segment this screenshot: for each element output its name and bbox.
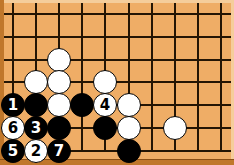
grid-line-horizontal xyxy=(4,13,231,15)
grid-line-vertical xyxy=(220,3,222,152)
grid-line-horizontal xyxy=(4,59,231,61)
go-board-diagram: 1463527 xyxy=(0,0,234,165)
stone-white xyxy=(93,70,117,94)
grid-line-horizontal xyxy=(4,36,231,38)
stone-white-move-2: 2 xyxy=(24,139,48,163)
stone-white xyxy=(163,116,187,140)
grid-line-vertical xyxy=(197,3,199,152)
stone-white xyxy=(47,48,71,72)
stone-black-move-3: 3 xyxy=(24,116,48,140)
stone-black xyxy=(93,116,117,140)
grid-line-vertical xyxy=(81,3,83,152)
board-edge-highlight-right xyxy=(231,0,234,159)
stone-white-move-6: 6 xyxy=(1,116,25,140)
stone-white xyxy=(24,70,48,94)
stone-black-move-5: 5 xyxy=(1,139,25,163)
board-edge-highlight-top xyxy=(4,0,234,3)
stone-white xyxy=(47,70,71,94)
grid-line-vertical xyxy=(151,3,153,152)
stone-black xyxy=(47,116,71,140)
stone-white xyxy=(117,116,141,140)
stone-white xyxy=(47,93,71,117)
stone-black xyxy=(24,93,48,117)
stone-black-move-7: 7 xyxy=(47,139,71,163)
stone-white xyxy=(117,93,141,117)
stone-black xyxy=(70,93,94,117)
stone-black-move-1: 1 xyxy=(1,93,25,117)
stone-white-move-4: 4 xyxy=(93,93,117,117)
stone-black xyxy=(117,139,141,163)
